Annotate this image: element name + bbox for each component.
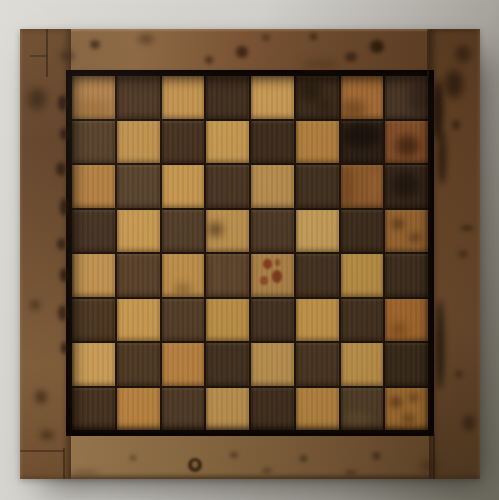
square-g8[interactable]: [341, 76, 384, 119]
square-h3[interactable]: [385, 299, 428, 342]
square-d2[interactable]: [206, 343, 249, 386]
square-g1[interactable]: [341, 388, 384, 431]
square-b2[interactable]: [117, 343, 160, 386]
square-h7[interactable]: [385, 121, 428, 164]
square-mark: [260, 276, 268, 285]
square-mark: [402, 413, 415, 424]
square-d4[interactable]: [206, 254, 249, 297]
square-a7[interactable]: [72, 121, 115, 164]
square-mark: [392, 218, 405, 230]
square-b6[interactable]: [117, 165, 160, 208]
square-a6[interactable]: [72, 165, 115, 208]
square-mark: [409, 80, 428, 116]
square-e3[interactable]: [251, 299, 294, 342]
square-b3[interactable]: [117, 299, 160, 342]
square-e6[interactable]: [251, 165, 294, 208]
square-g6[interactable]: [341, 165, 384, 208]
square-h1[interactable]: [385, 388, 428, 431]
square-f8[interactable]: [296, 76, 339, 119]
square-mark: [300, 82, 321, 101]
square-mark: [72, 99, 115, 118]
square-a1[interactable]: [72, 388, 115, 431]
board-frame: [20, 29, 480, 479]
square-c2[interactable]: [162, 343, 205, 386]
square-mark: [390, 396, 402, 408]
square-mark: [272, 270, 282, 283]
square-d8[interactable]: [206, 76, 249, 119]
square-c3[interactable]: [162, 299, 205, 342]
square-mark: [263, 259, 272, 269]
square-g2[interactable]: [341, 343, 384, 386]
frame-right-rail: [429, 29, 480, 479]
square-d6[interactable]: [206, 165, 249, 208]
square-c5[interactable]: [162, 210, 205, 253]
square-mark: [343, 123, 381, 149]
square-mark: [396, 135, 420, 156]
square-e1[interactable]: [251, 388, 294, 431]
square-d7[interactable]: [206, 121, 249, 164]
square-mark: [343, 165, 354, 208]
square-mark: [341, 99, 367, 118]
square-c8[interactable]: [162, 76, 205, 119]
square-mark: [317, 99, 332, 114]
square-c1[interactable]: [162, 388, 205, 431]
frame-left-rail: [20, 29, 71, 479]
square-b1[interactable]: [117, 388, 160, 431]
square-e2[interactable]: [251, 343, 294, 386]
checkerboard: [72, 76, 428, 430]
square-a2[interactable]: [72, 343, 115, 386]
square-mark: [208, 222, 223, 237]
square-e7[interactable]: [251, 121, 294, 164]
square-mark: [390, 322, 407, 337]
square-f2[interactable]: [296, 343, 339, 386]
square-h2[interactable]: [385, 343, 428, 386]
square-g7[interactable]: [341, 121, 384, 164]
square-b8[interactable]: [117, 76, 160, 119]
photo-antique-checkerboard: [0, 0, 499, 500]
square-g5[interactable]: [341, 210, 384, 253]
square-mark: [392, 171, 420, 199]
square-d5[interactable]: [206, 210, 249, 253]
board-recess: [66, 70, 434, 436]
square-f1[interactable]: [296, 388, 339, 431]
square-mark: [275, 259, 281, 266]
square-a3[interactable]: [72, 299, 115, 342]
square-c7[interactable]: [162, 121, 205, 164]
square-g3[interactable]: [341, 299, 384, 342]
square-e4[interactable]: [251, 254, 294, 297]
square-mark: [370, 169, 379, 203]
square-e8[interactable]: [251, 76, 294, 119]
square-g4[interactable]: [341, 254, 384, 297]
square-f4[interactable]: [296, 254, 339, 297]
square-c6[interactable]: [162, 165, 205, 208]
square-f7[interactable]: [296, 121, 339, 164]
square-h5[interactable]: [385, 210, 428, 253]
frame-top-rail: [20, 29, 480, 76]
square-mark: [215, 254, 220, 297]
square-mark: [409, 393, 418, 402]
square-a4[interactable]: [72, 254, 115, 297]
square-c4[interactable]: [162, 254, 205, 297]
square-mark: [174, 284, 191, 295]
square-h6[interactable]: [385, 165, 428, 208]
square-e5[interactable]: [251, 210, 294, 253]
square-mark: [409, 233, 421, 242]
square-h8[interactable]: [385, 76, 428, 119]
square-b4[interactable]: [117, 254, 160, 297]
square-mark: [345, 411, 371, 428]
square-f5[interactable]: [296, 210, 339, 253]
square-d1[interactable]: [206, 388, 249, 431]
square-f3[interactable]: [296, 299, 339, 342]
square-b7[interactable]: [117, 121, 160, 164]
square-b5[interactable]: [117, 210, 160, 253]
square-mark: [232, 254, 236, 297]
square-h4[interactable]: [385, 254, 428, 297]
square-a8[interactable]: [72, 76, 115, 119]
square-d3[interactable]: [206, 299, 249, 342]
square-f6[interactable]: [296, 165, 339, 208]
square-a5[interactable]: [72, 210, 115, 253]
frame-bottom-rail: [20, 431, 480, 479]
